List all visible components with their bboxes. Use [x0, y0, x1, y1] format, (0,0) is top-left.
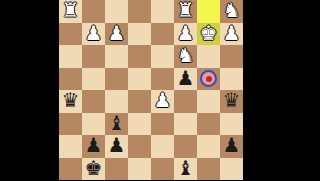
square-g3[interactable]	[82, 45, 105, 68]
square-f7[interactable]: ♟	[105, 135, 128, 158]
piece-black-pawn: ♟	[223, 135, 241, 155]
piece-black-pawn: ♟	[108, 135, 126, 155]
square-d3[interactable]	[151, 45, 174, 68]
square-d1[interactable]	[151, 0, 174, 23]
square-g2[interactable]: ♟	[82, 23, 105, 46]
square-a5[interactable]: ♛	[220, 90, 243, 113]
square-a6[interactable]	[220, 113, 243, 136]
square-a4[interactable]	[220, 68, 243, 91]
square-b4[interactable]	[197, 68, 220, 91]
square-c3[interactable]: ♞	[174, 45, 197, 68]
square-c1[interactable]: ♜	[174, 0, 197, 23]
square-c4[interactable]: ♟	[174, 68, 197, 91]
square-d8[interactable]	[151, 158, 174, 181]
square-e6[interactable]	[128, 113, 151, 136]
square-b1[interactable]	[197, 0, 220, 23]
square-a2[interactable]: ♟	[220, 23, 243, 46]
square-d6[interactable]	[151, 113, 174, 136]
piece-white-knight: ♞	[223, 0, 241, 20]
square-b6[interactable]	[197, 113, 220, 136]
square-h6[interactable]	[59, 113, 82, 136]
piece-white-knight: ♞	[177, 45, 195, 65]
piece-black-king: ♚	[85, 158, 103, 178]
piece-black-queen: ♛	[62, 90, 80, 110]
piece-white-pawn: ♟	[154, 90, 172, 110]
square-c5[interactable]	[174, 90, 197, 113]
square-c8[interactable]: ♝	[174, 158, 197, 181]
piece-black-pawn: ♟	[85, 135, 103, 155]
square-c6[interactable]	[174, 113, 197, 136]
square-e7[interactable]	[128, 135, 151, 158]
square-c2[interactable]: ♟	[174, 23, 197, 46]
pillarbox-left	[0, 0, 59, 180]
square-b3[interactable]	[197, 45, 220, 68]
video-frame: ♜♜♞♟♟♟♚♟♞♟♛♟♛♝♟♟♟♚♝	[0, 0, 320, 180]
square-b5[interactable]	[197, 90, 220, 113]
piece-black-queen: ♛	[223, 90, 241, 110]
square-h4[interactable]	[59, 68, 82, 91]
piece-white-pawn: ♟	[223, 23, 241, 43]
target-circle-icon	[200, 70, 217, 87]
square-a3[interactable]	[220, 45, 243, 68]
piece-white-pawn: ♟	[85, 23, 103, 43]
square-g8[interactable]: ♚	[82, 158, 105, 181]
square-f1[interactable]	[105, 0, 128, 23]
square-d5[interactable]: ♟	[151, 90, 174, 113]
square-f8[interactable]	[105, 158, 128, 181]
square-a7[interactable]: ♟	[220, 135, 243, 158]
square-b8[interactable]	[197, 158, 220, 181]
pillarbox-right	[243, 0, 320, 180]
square-h1[interactable]: ♜	[59, 0, 82, 23]
square-f6[interactable]: ♝	[105, 113, 128, 136]
square-c7[interactable]	[174, 135, 197, 158]
square-e2[interactable]	[128, 23, 151, 46]
piece-white-rook: ♜	[62, 0, 80, 20]
target-circle-dot	[206, 76, 212, 82]
square-d7[interactable]	[151, 135, 174, 158]
piece-black-bishop: ♝	[177, 158, 195, 178]
piece-white-king: ♚	[200, 23, 218, 43]
piece-white-rook: ♜	[177, 0, 195, 20]
square-b2[interactable]: ♚	[197, 23, 220, 46]
square-g5[interactable]	[82, 90, 105, 113]
square-g4[interactable]	[82, 68, 105, 91]
square-g1[interactable]	[82, 0, 105, 23]
square-g7[interactable]: ♟	[82, 135, 105, 158]
square-e1[interactable]	[128, 0, 151, 23]
chess-board: ♜♜♞♟♟♟♚♟♞♟♛♟♛♝♟♟♟♚♝	[59, 0, 243, 180]
square-f4[interactable]	[105, 68, 128, 91]
square-f3[interactable]	[105, 45, 128, 68]
square-h8[interactable]	[59, 158, 82, 181]
square-a1[interactable]: ♞	[220, 0, 243, 23]
square-b7[interactable]	[197, 135, 220, 158]
square-h2[interactable]	[59, 23, 82, 46]
square-g6[interactable]	[82, 113, 105, 136]
square-d2[interactable]	[151, 23, 174, 46]
square-e8[interactable]	[128, 158, 151, 181]
square-f2[interactable]: ♟	[105, 23, 128, 46]
piece-black-bishop: ♝	[108, 113, 126, 133]
square-e3[interactable]	[128, 45, 151, 68]
square-e4[interactable]	[128, 68, 151, 91]
square-h7[interactable]	[59, 135, 82, 158]
square-h5[interactable]: ♛	[59, 90, 82, 113]
square-d4[interactable]	[151, 68, 174, 91]
piece-black-pawn: ♟	[177, 68, 195, 88]
square-h3[interactable]	[59, 45, 82, 68]
piece-white-pawn: ♟	[177, 23, 195, 43]
square-a8[interactable]	[220, 158, 243, 181]
piece-white-pawn: ♟	[108, 23, 126, 43]
square-f5[interactable]	[105, 90, 128, 113]
square-e5[interactable]	[128, 90, 151, 113]
